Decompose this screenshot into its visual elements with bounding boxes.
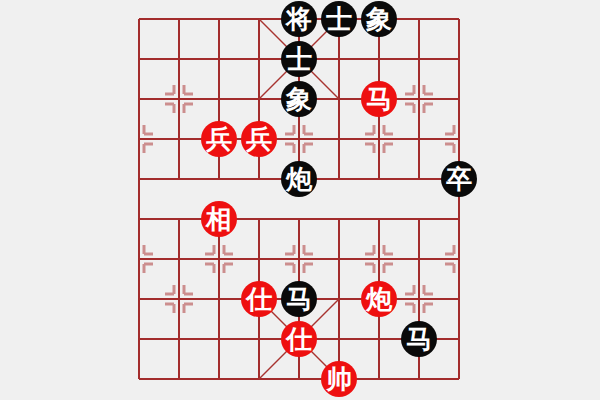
red-soldier[interactable]: 兵 [201,121,237,157]
black-general[interactable]: 将 [281,1,317,37]
red-general[interactable]: 帅 [321,361,357,397]
black-advisor[interactable]: 士 [281,41,317,77]
red-cannon[interactable]: 炮 [361,281,397,317]
black-soldier[interactable]: 卒 [441,161,477,197]
black-horse[interactable]: 马 [281,281,317,317]
red-advisor[interactable]: 仕 [241,281,277,317]
red-elephant[interactable]: 相 [201,201,237,237]
red-soldier[interactable]: 兵 [241,121,277,157]
black-elephant[interactable]: 象 [361,1,397,37]
black-advisor[interactable]: 士 [321,1,357,37]
black-horse[interactable]: 马 [401,321,437,357]
black-elephant[interactable]: 象 [281,81,317,117]
red-horse[interactable]: 马 [361,81,397,117]
red-advisor[interactable]: 仕 [281,321,317,357]
black-cannon[interactable]: 炮 [281,161,317,197]
xiangqi-board: 将士象士象炮卒马马马兵兵相仕炮仕帅 [0,0,600,400]
